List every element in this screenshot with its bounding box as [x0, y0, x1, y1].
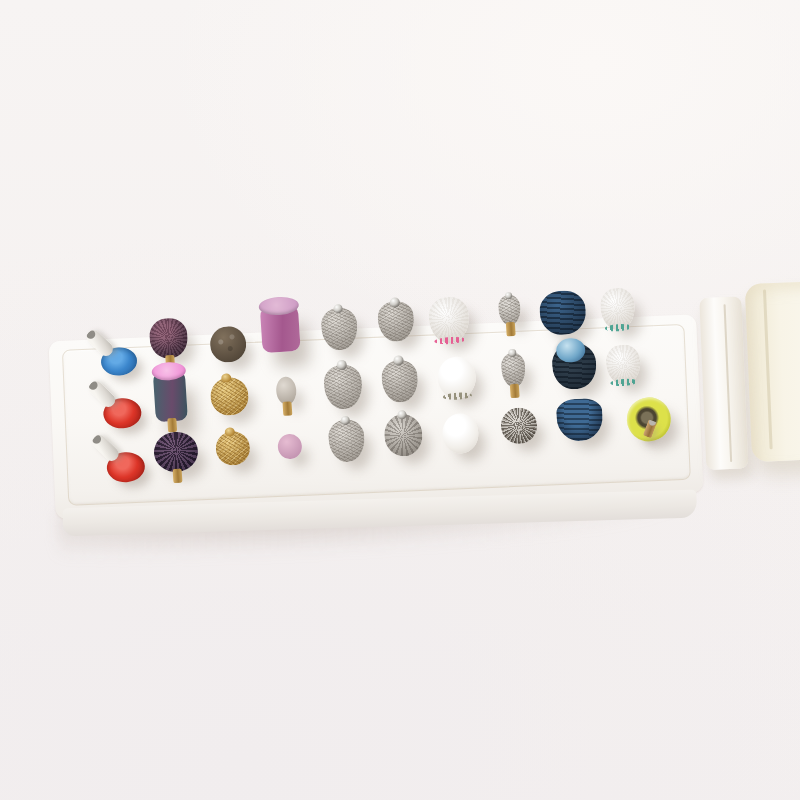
slot-r2c5 — [313, 360, 373, 417]
bit-r2c2-iridescent-cylinder — [152, 370, 187, 422]
slot-r1c4 — [252, 310, 312, 368]
brass-shank — [505, 322, 515, 337]
color-band — [434, 336, 466, 345]
slot-r3c2 — [145, 424, 205, 484]
slot-r3c9 — [544, 398, 604, 458]
slot-r2c3 — [199, 368, 259, 425]
bit-r3c9-navy-flat-burr — [555, 397, 604, 442]
bit-r1c1-blue-collar — [100, 346, 138, 376]
bit-r3c2-serrated-burr — [152, 431, 198, 474]
chrome-ball-head — [340, 416, 350, 426]
brass-shank — [509, 383, 519, 398]
slot-r3c8 — [487, 402, 547, 462]
bit-r1c2-plum-ball-burr — [148, 317, 189, 359]
bit-r2c8-small-silver-cone — [500, 352, 526, 387]
bit-r1c10-white-teal-burr — [599, 287, 636, 331]
chrome-ball-head — [504, 292, 511, 299]
bit-r1c3-stone-ball — [209, 325, 247, 363]
bit-r1c5-mesh-burr — [320, 307, 359, 351]
slot-r1c1 — [82, 321, 142, 379]
chrome-ball-head — [389, 297, 400, 308]
slot-r3c4 — [259, 417, 319, 477]
chrome-ball-head — [393, 355, 404, 366]
bit-r1c4-pink-cylinder — [259, 305, 300, 353]
bit-r2c7-white-dome — [436, 355, 477, 399]
slot-r2c6 — [369, 357, 429, 414]
slot-r2c4 — [256, 364, 316, 421]
slot-r1c7 — [423, 299, 483, 357]
product-photo — [0, 0, 800, 800]
slot-r3c5 — [316, 413, 376, 473]
color-band — [442, 391, 472, 400]
chrome-ball-head — [397, 410, 407, 420]
brass-shank — [282, 401, 292, 416]
bit-r2c1-red-collar — [102, 397, 142, 429]
bit-r2c10-white-teal-burr — [605, 343, 642, 385]
lid-hinge-bar — [699, 296, 748, 470]
chrome-ball-head — [333, 304, 343, 314]
slot-r2c8 — [483, 349, 543, 406]
cylinder-top-face — [151, 361, 186, 381]
chrome-ball-head — [508, 349, 516, 357]
cylinder-top-face — [258, 296, 299, 317]
slot-r1c6 — [366, 303, 426, 361]
slot-r2c7 — [426, 353, 486, 410]
bit-r3c3-gold-burr — [214, 430, 250, 466]
bit-r3c8-spiky-burr — [499, 407, 537, 445]
bit-r1c8-small-silver-burr — [497, 294, 521, 325]
ceramic-tip — [83, 327, 115, 359]
bit-r3c4-pink-ball — [277, 433, 303, 459]
slot-r3c1 — [88, 428, 148, 488]
brass-shank — [172, 469, 182, 484]
bit-r3c1-red-collar — [105, 451, 145, 483]
color-band — [605, 323, 632, 332]
bit-r2c5-mesh-burr — [322, 363, 363, 409]
slot-r3c7 — [430, 406, 490, 466]
slot-r2c10 — [597, 342, 657, 399]
slot-r1c3 — [195, 314, 255, 372]
slot-r2c2 — [142, 371, 202, 428]
slot-r2c9 — [540, 346, 600, 403]
ceramic-tip — [89, 432, 121, 464]
bit-r2c6-mesh-burr — [380, 359, 419, 403]
slot-r1c8 — [480, 295, 540, 353]
slot-r1c5 — [309, 306, 369, 364]
slot-r3c3 — [202, 421, 262, 481]
bit-r3c5-mesh-burr — [327, 419, 366, 463]
brass-nub — [221, 373, 232, 383]
glossy-dome-top — [556, 337, 587, 364]
bit-r1c7-white-pink-burr — [427, 296, 470, 344]
slot-r2c1 — [85, 375, 145, 432]
slot-r3c6 — [373, 409, 433, 469]
chrome-ball-head — [336, 360, 347, 371]
bit-r3c7-white-dome — [441, 412, 480, 454]
color-band — [610, 378, 637, 387]
slot-r1c10 — [594, 288, 654, 346]
bit-r2c3-gold-ball-burr — [209, 376, 249, 416]
bit-r1c9-navy-burr — [538, 289, 587, 336]
ceramic-tip — [86, 378, 118, 410]
bit-r2c9-navy-glossy-burr — [550, 341, 597, 390]
brass-nub — [225, 427, 236, 437]
bit-r2c4-pearl-bit — [275, 376, 297, 405]
bit-r3c6-swirl-burr — [383, 413, 424, 457]
storage-box — [49, 309, 800, 531]
open-box-lid — [745, 279, 800, 462]
bit-r1c6-mesh-burr — [376, 300, 415, 342]
